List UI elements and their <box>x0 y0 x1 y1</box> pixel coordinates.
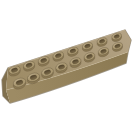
product-image <box>0 0 135 135</box>
lego-duplo-plate-render <box>0 0 135 135</box>
